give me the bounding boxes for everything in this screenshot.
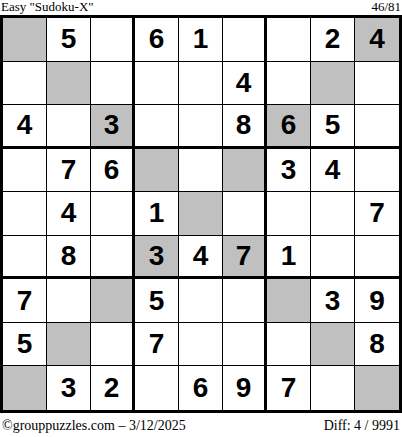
cell-r5c7[interactable] [267,192,311,236]
cell-r6c4[interactable]: 3 [135,236,179,280]
cell-r9c3[interactable]: 2 [91,366,135,410]
cell-r1c3[interactable] [91,18,135,62]
cell-r3c5[interactable] [179,105,223,149]
cell-r5c4[interactable]: 1 [135,192,179,236]
copyright-text: ©grouppuzzles.com – 3/12/2025 [2,418,186,434]
cell-r7c5[interactable] [179,279,223,323]
cell-r6c2[interactable]: 8 [47,236,91,280]
difficulty-text: Diff: 4 / 9991 [324,418,400,434]
cell-r7c7[interactable] [267,279,311,323]
cell-r4c8[interactable]: 4 [311,149,355,193]
cell-r8c2[interactable] [47,323,91,367]
cell-r3c9[interactable] [355,105,399,149]
cell-r1c6[interactable] [223,18,267,62]
sudoku-board: 56124443865763441783471753957832697 [0,15,402,413]
cell-r7c2[interactable] [47,279,91,323]
cell-r8c9[interactable]: 8 [355,323,399,367]
cell-r8c1[interactable]: 5 [3,323,47,367]
cell-r3c3[interactable]: 3 [91,105,135,149]
cell-r6c6[interactable]: 7 [223,236,267,280]
cell-r2c7[interactable] [267,62,311,106]
cell-r9c1[interactable] [3,366,47,410]
cell-r7c6[interactable] [223,279,267,323]
puzzle-title: Easy "Sudoku-X" [1,0,94,14]
footer: ©grouppuzzles.com – 3/12/2025 Diff: 4 / … [0,413,402,437]
cell-r2c9[interactable] [355,62,399,106]
cell-r1c1[interactable] [3,18,47,62]
cell-r8c8[interactable] [311,323,355,367]
cell-r9c8[interactable] [311,366,355,410]
cell-r4c7[interactable]: 3 [267,149,311,193]
cell-r4c5[interactable] [179,149,223,193]
cell-r6c5[interactable]: 4 [179,236,223,280]
cell-r5c3[interactable] [91,192,135,236]
cell-r8c3[interactable] [91,323,135,367]
cell-r5c8[interactable] [311,192,355,236]
cell-r7c1[interactable]: 7 [3,279,47,323]
cell-r3c6[interactable]: 8 [223,105,267,149]
cell-r6c1[interactable] [3,236,47,280]
cell-r7c4[interactable]: 5 [135,279,179,323]
cell-r2c3[interactable] [91,62,135,106]
cell-r9c4[interactable] [135,366,179,410]
cell-r3c7[interactable]: 6 [267,105,311,149]
cell-r4c3[interactable]: 6 [91,149,135,193]
cell-r3c1[interactable]: 4 [3,105,47,149]
cell-r9c6[interactable]: 9 [223,366,267,410]
cell-r2c6[interactable]: 4 [223,62,267,106]
cell-r9c5[interactable]: 6 [179,366,223,410]
cell-r6c7[interactable]: 1 [267,236,311,280]
cell-r2c8[interactable] [311,62,355,106]
cell-r2c4[interactable] [135,62,179,106]
cell-r8c7[interactable] [267,323,311,367]
cell-r3c4[interactable] [135,105,179,149]
cell-r4c4[interactable] [135,149,179,193]
progress-counter: 46/81 [371,0,401,14]
cell-r6c8[interactable] [311,236,355,280]
cell-r5c2[interactable]: 4 [47,192,91,236]
cell-r6c3[interactable] [91,236,135,280]
cell-r1c9[interactable]: 4 [355,18,399,62]
cell-r8c4[interactable]: 7 [135,323,179,367]
cell-r1c7[interactable] [267,18,311,62]
cell-r4c9[interactable] [355,149,399,193]
cell-r5c5[interactable] [179,192,223,236]
cell-r7c3[interactable] [91,279,135,323]
cell-r4c2[interactable]: 7 [47,149,91,193]
cell-r9c9[interactable] [355,366,399,410]
cell-r1c8[interactable]: 2 [311,18,355,62]
cell-r5c6[interactable] [223,192,267,236]
cell-r3c8[interactable]: 5 [311,105,355,149]
header: Easy "Sudoku-X" 46/81 [0,0,402,15]
cell-r7c8[interactable]: 3 [311,279,355,323]
cell-r3c2[interactable] [47,105,91,149]
sudoku-page: Easy "Sudoku-X" 46/81 561244438657634417… [0,0,402,437]
cell-r5c9[interactable]: 7 [355,192,399,236]
cell-r4c6[interactable] [223,149,267,193]
cell-r6c9[interactable] [355,236,399,280]
cell-r5c1[interactable] [3,192,47,236]
cell-r9c2[interactable]: 3 [47,366,91,410]
cell-r2c2[interactable] [47,62,91,106]
cell-r1c4[interactable]: 6 [135,18,179,62]
cell-r8c5[interactable] [179,323,223,367]
cell-r4c1[interactable] [3,149,47,193]
cell-r2c1[interactable] [3,62,47,106]
cell-r7c9[interactable]: 9 [355,279,399,323]
cell-r2c5[interactable] [179,62,223,106]
cell-r1c5[interactable]: 1 [179,18,223,62]
cell-r1c2[interactable]: 5 [47,18,91,62]
cell-r9c7[interactable]: 7 [267,366,311,410]
cell-r8c6[interactable] [223,323,267,367]
